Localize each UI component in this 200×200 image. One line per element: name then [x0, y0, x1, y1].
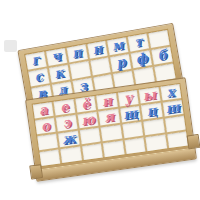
compartment-cell: с [28, 68, 49, 86]
compartment-cell [80, 128, 101, 145]
letter-tile-г[interactable]: г [31, 53, 41, 67]
compartment-cell: п [66, 44, 87, 62]
letter-tile-е[interactable]: е [59, 99, 69, 113]
compartment-cell: р [110, 54, 131, 72]
letter-tile-ч[interactable]: ч [50, 49, 62, 63]
letter-tile-ю[interactable]: ю [80, 112, 95, 127]
compartment-cell: я [99, 109, 120, 126]
letter-tile-п[interactable]: п [71, 45, 83, 59]
letter-tile-с[interactable]: с [34, 69, 44, 83]
letter-tile-т[interactable]: т [133, 34, 143, 48]
letter-tile-к[interactable]: к [53, 66, 65, 80]
bottom-tray-right-handle[interactable] [187, 134, 200, 150]
compartment-cell: б [152, 47, 173, 65]
compartment-cell: ч [46, 48, 67, 66]
compartment-cell: а [33, 102, 54, 119]
compartment-cell [90, 58, 111, 76]
compartment-cell: н [87, 41, 108, 59]
letter-tile-б[interactable]: б [157, 48, 168, 62]
letter-tile-и[interactable]: и [101, 93, 112, 107]
letter-tile-ж[interactable]: ж [61, 131, 76, 146]
compartment-cell [69, 61, 90, 79]
compartment-cell [149, 30, 170, 48]
letter-tile-я[interactable]: я [103, 109, 114, 123]
compartment-cell: и [96, 93, 117, 110]
letter-tile-х[interactable]: х [166, 84, 175, 98]
compartment-cell [101, 125, 122, 142]
compartment-cell: ё [75, 96, 96, 113]
compartment-cell [165, 116, 186, 133]
background-smudge [4, 40, 17, 52]
compartment-cell: ы [139, 87, 160, 104]
compartment-cell: ж [58, 131, 79, 148]
compartment-cell [61, 146, 82, 163]
compartment-cell [167, 132, 188, 149]
compartment-cell: щ [120, 106, 141, 123]
compartment-cell [143, 119, 164, 136]
letter-tile-э[interactable]: э [62, 115, 72, 129]
compartment-cell: ц [141, 103, 162, 120]
compartment-cell [82, 144, 103, 161]
letter-tile-у[interactable]: у [123, 90, 133, 104]
compartment-cell [122, 122, 143, 139]
bottom-tray-left-handle[interactable] [29, 164, 43, 180]
compartment-cell: ш [162, 100, 183, 117]
compartment-cell: ф [131, 50, 152, 68]
letter-tile-ф[interactable]: ф [134, 51, 148, 66]
letter-tile-а[interactable]: а [38, 102, 48, 116]
letter-tile-н[interactable]: н [92, 42, 104, 56]
compartment-cell: к [49, 65, 70, 83]
compartment-cell: е [54, 99, 75, 116]
letter-tile-о[interactable]: о [40, 118, 50, 132]
letter-tile-ш[interactable]: ш [165, 100, 181, 115]
compartment-cell [103, 141, 124, 158]
letter-tile-щ[interactable]: щ [122, 106, 138, 121]
compartment-cell: м [107, 37, 128, 55]
compartment-cell: ю [77, 112, 98, 129]
compartment-cell [37, 134, 58, 151]
letter-tile-ы[interactable]: ы [142, 87, 157, 102]
compartment-cell [146, 135, 167, 152]
letter-tile-р[interactable]: р [115, 55, 126, 69]
letter-tile-ц[interactable]: ц [146, 103, 157, 117]
letter-tile-ё[interactable]: ё [81, 96, 91, 110]
compartment-cell [39, 149, 60, 166]
compartment-cell: о [35, 118, 56, 135]
compartment-cell [124, 138, 145, 155]
letter-tile-м[interactable]: м [111, 38, 124, 53]
compartment-cell: г [25, 52, 46, 70]
